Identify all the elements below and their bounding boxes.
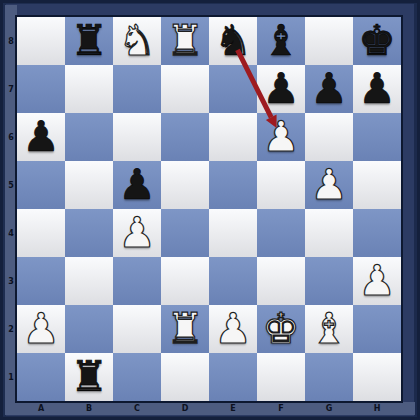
piece-black-king[interactable]: ♚ bbox=[358, 17, 396, 65]
square-d8[interactable]: ♜ bbox=[161, 17, 209, 65]
square-c8[interactable]: ♞ bbox=[113, 17, 161, 65]
square-a6[interactable]: ♟ bbox=[17, 113, 65, 161]
rank-label-2: 2 bbox=[5, 305, 17, 353]
square-d3[interactable] bbox=[161, 257, 209, 305]
file-label-g: G bbox=[305, 402, 353, 415]
piece-white-pawn[interactable]: ♟ bbox=[22, 305, 60, 353]
rank-label-6: 6 bbox=[5, 113, 17, 161]
piece-black-rook[interactable]: ♜ bbox=[70, 353, 108, 401]
square-d6[interactable] bbox=[161, 113, 209, 161]
square-g2[interactable]: ♝ bbox=[305, 305, 353, 353]
piece-white-rook[interactable]: ♜ bbox=[166, 17, 204, 65]
file-label-f: F bbox=[257, 402, 305, 415]
file-label-e: E bbox=[209, 402, 257, 415]
square-a8[interactable] bbox=[17, 17, 65, 65]
square-f3[interactable] bbox=[257, 257, 305, 305]
square-e5[interactable] bbox=[209, 161, 257, 209]
square-d7[interactable] bbox=[161, 65, 209, 113]
square-c4[interactable]: ♟ bbox=[113, 209, 161, 257]
square-g8[interactable] bbox=[305, 17, 353, 65]
file-labels: A B C D E F G H bbox=[17, 402, 401, 415]
square-g1[interactable] bbox=[305, 353, 353, 401]
square-c3[interactable] bbox=[113, 257, 161, 305]
file-label-d: D bbox=[161, 402, 209, 415]
piece-white-bishop[interactable]: ♝ bbox=[310, 305, 348, 353]
piece-black-rook[interactable]: ♜ bbox=[70, 17, 108, 65]
piece-black-pawn[interactable]: ♟ bbox=[118, 161, 156, 209]
square-f1[interactable] bbox=[257, 353, 305, 401]
square-d1[interactable] bbox=[161, 353, 209, 401]
rank-label-5: 5 bbox=[5, 161, 17, 209]
square-h5[interactable] bbox=[353, 161, 401, 209]
square-d5[interactable] bbox=[161, 161, 209, 209]
square-h8[interactable]: ♚ bbox=[353, 17, 401, 65]
rank-label-4: 4 bbox=[5, 209, 17, 257]
square-c6[interactable] bbox=[113, 113, 161, 161]
square-a4[interactable] bbox=[17, 209, 65, 257]
file-label-a: A bbox=[17, 402, 65, 415]
board: ♜♞♜♞♝♚♟♟♟♟♟♟♟♟♟♟♜♟♚♝♜ bbox=[17, 17, 401, 401]
square-g3[interactable] bbox=[305, 257, 353, 305]
square-e2[interactable]: ♟ bbox=[209, 305, 257, 353]
square-b7[interactable] bbox=[65, 65, 113, 113]
square-g4[interactable] bbox=[305, 209, 353, 257]
square-g7[interactable]: ♟ bbox=[305, 65, 353, 113]
piece-black-bishop[interactable]: ♝ bbox=[262, 17, 300, 65]
square-a2[interactable]: ♟ bbox=[17, 305, 65, 353]
square-f4[interactable] bbox=[257, 209, 305, 257]
piece-black-pawn[interactable]: ♟ bbox=[358, 65, 396, 113]
square-h6[interactable] bbox=[353, 113, 401, 161]
file-label-c: C bbox=[113, 402, 161, 415]
piece-white-knight[interactable]: ♞ bbox=[118, 17, 156, 65]
square-a5[interactable] bbox=[17, 161, 65, 209]
square-f2[interactable]: ♚ bbox=[257, 305, 305, 353]
square-b1[interactable]: ♜ bbox=[65, 353, 113, 401]
square-e4[interactable] bbox=[209, 209, 257, 257]
piece-white-rook[interactable]: ♜ bbox=[166, 305, 204, 353]
square-e6[interactable] bbox=[209, 113, 257, 161]
square-e3[interactable] bbox=[209, 257, 257, 305]
square-a7[interactable] bbox=[17, 65, 65, 113]
square-b2[interactable] bbox=[65, 305, 113, 353]
piece-black-pawn[interactable]: ♟ bbox=[22, 113, 60, 161]
square-g6[interactable] bbox=[305, 113, 353, 161]
square-g5[interactable]: ♟ bbox=[305, 161, 353, 209]
piece-black-pawn[interactable]: ♟ bbox=[262, 65, 300, 113]
square-d4[interactable] bbox=[161, 209, 209, 257]
rank-labels: 8 7 6 5 4 3 2 1 bbox=[5, 17, 17, 401]
square-b5[interactable] bbox=[65, 161, 113, 209]
piece-black-knight[interactable]: ♞ bbox=[214, 17, 252, 65]
file-label-h: H bbox=[353, 402, 401, 415]
square-f6[interactable]: ♟ bbox=[257, 113, 305, 161]
square-h3[interactable]: ♟ bbox=[353, 257, 401, 305]
square-c5[interactable]: ♟ bbox=[113, 161, 161, 209]
square-h7[interactable]: ♟ bbox=[353, 65, 401, 113]
square-a3[interactable] bbox=[17, 257, 65, 305]
piece-white-pawn[interactable]: ♟ bbox=[358, 257, 396, 305]
piece-white-pawn[interactable]: ♟ bbox=[310, 161, 348, 209]
square-f8[interactable]: ♝ bbox=[257, 17, 305, 65]
file-label-b: B bbox=[65, 402, 113, 415]
square-b3[interactable] bbox=[65, 257, 113, 305]
square-e1[interactable] bbox=[209, 353, 257, 401]
square-c7[interactable] bbox=[113, 65, 161, 113]
rank-label-7: 7 bbox=[5, 65, 17, 113]
piece-white-pawn[interactable]: ♟ bbox=[118, 209, 156, 257]
square-e8[interactable]: ♞ bbox=[209, 17, 257, 65]
square-f5[interactable] bbox=[257, 161, 305, 209]
square-c2[interactable] bbox=[113, 305, 161, 353]
square-b8[interactable]: ♜ bbox=[65, 17, 113, 65]
rank-label-8: 8 bbox=[5, 17, 17, 65]
square-h1[interactable] bbox=[353, 353, 401, 401]
square-h4[interactable] bbox=[353, 209, 401, 257]
square-h2[interactable] bbox=[353, 305, 401, 353]
square-a1[interactable] bbox=[17, 353, 65, 401]
rank-label-3: 3 bbox=[5, 257, 17, 305]
square-b6[interactable] bbox=[65, 113, 113, 161]
piece-white-pawn[interactable]: ♟ bbox=[214, 305, 252, 353]
chess-board-frame: ♜♞♜♞♝♚♟♟♟♟♟♟♟♟♟♟♜♟♚♝♜ 8 7 6 5 4 3 2 1 A … bbox=[0, 0, 420, 420]
square-c1[interactable] bbox=[113, 353, 161, 401]
square-e7[interactable] bbox=[209, 65, 257, 113]
square-f7[interactable]: ♟ bbox=[257, 65, 305, 113]
piece-black-pawn[interactable]: ♟ bbox=[310, 65, 348, 113]
rank-label-1: 1 bbox=[5, 353, 17, 401]
piece-white-king[interactable]: ♚ bbox=[262, 305, 300, 353]
piece-white-pawn[interactable]: ♟ bbox=[262, 113, 300, 161]
square-d2[interactable]: ♜ bbox=[161, 305, 209, 353]
square-b4[interactable] bbox=[65, 209, 113, 257]
